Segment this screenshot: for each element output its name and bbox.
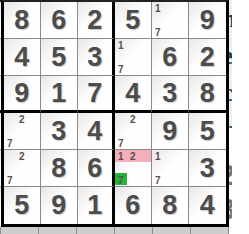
pencil-empty (176, 150, 188, 162)
cell-value: 9 (41, 187, 77, 224)
cell-value: 4 (189, 187, 226, 224)
cell-value: 8 (152, 187, 188, 224)
cell-value: 6 (115, 187, 151, 224)
pencil-empty (28, 113, 40, 125)
pencil-empty (176, 14, 188, 26)
page: 8625179453176291743827342795278612717359… (0, 0, 249, 234)
pencil-empty (139, 39, 151, 51)
sudoku-cell-r1c4[interactable]: 5 (115, 2, 152, 39)
sudoku-cell-r4c5[interactable]: 9 (152, 113, 189, 150)
cell-value: 2 (78, 2, 112, 38)
pencil-empty (16, 162, 28, 174)
sudoku-cell-r1c6[interactable]: 9 (189, 2, 226, 39)
pencil-digit-1: 1 (115, 39, 127, 51)
sudoku-cell-r2c3[interactable]: 3 (78, 39, 115, 76)
pencil-empty (139, 63, 151, 75)
cutoff-letter: e (229, 37, 232, 74)
pencil-digit-7: 7 (115, 137, 127, 149)
pencil-empty (16, 137, 28, 149)
sudoku-cell-r6c6[interactable]: 4 (189, 187, 226, 224)
pencil-marks: 17 (152, 2, 188, 38)
pencil-digit-2: 2 (127, 113, 139, 125)
pencil-empty (4, 113, 16, 125)
board-zone: 8625179453176291743827342795278612717359… (0, 0, 232, 227)
sudoku-cell-r3c1[interactable]: 9 (4, 76, 41, 113)
cell-value: 3 (152, 76, 188, 110)
cutoff-number: 2 (229, 158, 232, 192)
pencil-empty (28, 137, 40, 149)
sudoku-cell-r2c5[interactable]: 6 (152, 39, 189, 76)
pencil-empty (139, 125, 151, 137)
cell-value: 9 (189, 2, 226, 38)
pencil-empty (115, 113, 127, 125)
sudoku-cell-r3c2[interactable]: 1 (41, 76, 78, 113)
pencil-empty (4, 125, 16, 137)
pencil-empty (139, 113, 151, 125)
sudoku-cell-r5c3[interactable]: 6 (78, 150, 115, 187)
pencil-marks: 27 (4, 150, 40, 186)
cell-value: 3 (41, 113, 77, 149)
pencil-empty (127, 51, 139, 63)
sudoku-cell-r4c2[interactable]: 3 (41, 113, 78, 150)
pencil-empty (127, 63, 139, 75)
pencil-empty (139, 51, 151, 63)
pencil-empty (115, 125, 127, 137)
pencil-empty (164, 2, 176, 14)
sudoku-cell-r6c3[interactable]: 1 (78, 187, 115, 224)
pencil-empty (176, 174, 188, 186)
sudoku-cell-r6c4[interactable]: 6 (115, 187, 152, 224)
sudoku-cell-r6c2[interactable]: 9 (41, 187, 78, 224)
cutoff-letter: c (229, 74, 232, 111)
sudoku-board: 8625179453176291743827342795278612717359… (1, 0, 229, 227)
pencil-empty (152, 14, 164, 26)
pencil-empty (16, 125, 28, 137)
sudoku-cell-r4c6[interactable]: 5 (189, 113, 226, 150)
sudoku-cell-r5c1[interactable]: 27 (4, 150, 41, 187)
cell-value: 9 (152, 113, 188, 149)
cell-value: 5 (189, 113, 226, 149)
sudoku-cell-r3c6[interactable]: 8 (189, 76, 226, 113)
cutoff-letter: n (229, 0, 232, 37)
sudoku-cell-r3c4[interactable]: 4 (115, 76, 152, 113)
cropped-next-row (0, 227, 232, 234)
cell-value: 3 (189, 150, 226, 186)
pencil-empty (28, 150, 40, 162)
pencil-empty (164, 174, 176, 186)
pencil-empty (127, 125, 139, 137)
pencil-empty (4, 150, 16, 162)
pencil-empty (139, 162, 151, 174)
sudoku-cell-r1c1[interactable]: 8 (4, 2, 41, 39)
pencil-empty (127, 174, 139, 186)
pencil-empty (164, 26, 176, 38)
pencil-empty (127, 137, 139, 149)
cell-value: 2 (189, 39, 226, 75)
sudoku-cell-r5c4[interactable]: 127 (115, 150, 152, 187)
sudoku-cell-r3c3[interactable]: 7 (78, 76, 115, 113)
pencil-digit-7: 7 (115, 174, 127, 186)
sudoku-cell-r4c1[interactable]: 27 (4, 113, 41, 150)
pencil-marks: 127 (115, 150, 151, 186)
sudoku-cell-r5c6[interactable]: 3 (189, 150, 226, 187)
side-text-panel: n e c c (229, 0, 232, 128)
sudoku-cell-r6c1[interactable]: 5 (4, 187, 41, 224)
pencil-empty (16, 174, 28, 186)
cell-value: 8 (189, 76, 226, 110)
cell-value: 1 (78, 187, 112, 224)
sudoku-cell-r1c2[interactable]: 6 (41, 2, 78, 39)
board-area: 8625179453176291743827342795278612717359… (0, 0, 232, 234)
pencil-empty (115, 51, 127, 63)
sudoku-cell-r4c3[interactable]: 4 (78, 113, 115, 150)
pencil-marks: 27 (4, 113, 40, 149)
pencil-digit-2: 2 (16, 150, 28, 162)
sudoku-cell-r2c1[interactable]: 4 (4, 39, 41, 76)
cell-value: 9 (4, 76, 40, 110)
sudoku-cell-r5c2[interactable]: 8 (41, 150, 78, 187)
pencil-digit-1: 1 (152, 2, 164, 14)
page-fragment-strip: n e c c 2 3 (229, 0, 232, 234)
cell-value: 5 (4, 187, 40, 224)
pencil-digit-7: 7 (152, 26, 164, 38)
pencil-empty (164, 150, 176, 162)
pencil-empty (4, 162, 16, 174)
pencil-empty (139, 150, 151, 162)
pencil-marks: 17 (152, 150, 188, 186)
sudoku-cell-r5c5[interactable]: 17 (152, 150, 189, 187)
pencil-empty (164, 14, 176, 26)
cell-value: 6 (41, 2, 77, 38)
pencil-empty (176, 2, 188, 14)
pencil-empty (176, 26, 188, 38)
cell-value: 1 (41, 76, 77, 110)
pencil-empty (176, 162, 188, 174)
cell-value: 8 (41, 150, 77, 186)
pencil-empty (127, 39, 139, 51)
pencil-digit-1: 1 (152, 150, 164, 162)
pencil-empty (139, 137, 151, 149)
sudoku-cell-r2c4[interactable]: 17 (115, 39, 152, 76)
sudoku-cell-r2c6[interactable]: 2 (189, 39, 226, 76)
cell-value: 7 (78, 76, 112, 110)
pencil-marks: 17 (115, 39, 151, 75)
sudoku-cell-r2c2[interactable]: 5 (41, 39, 78, 76)
pencil-empty (28, 125, 40, 137)
pencil-digit-1: 1 (115, 150, 127, 162)
pencil-digit-2: 2 (16, 113, 28, 125)
pencil-digit-7: 7 (152, 174, 164, 186)
pencil-empty (139, 174, 151, 186)
sudoku-cell-r4c4[interactable]: 27 (115, 113, 152, 150)
sudoku-cell-r1c3[interactable]: 2 (78, 2, 115, 39)
pencil-marks: 27 (115, 113, 151, 149)
pencil-empty (115, 162, 127, 174)
pencil-empty (152, 162, 164, 174)
pencil-digit-7: 7 (4, 174, 16, 186)
cutoff-number: 3 (229, 192, 232, 226)
sudoku-cell-r6c5[interactable]: 8 (152, 187, 189, 224)
pencil-empty (28, 162, 40, 174)
cell-value: 5 (41, 39, 77, 75)
sudoku-cell-r1c5[interactable]: 17 (152, 2, 189, 39)
cell-value: 4 (4, 39, 40, 75)
pencil-empty (164, 162, 176, 174)
cell-value: 8 (4, 2, 40, 38)
cell-value: 4 (115, 76, 151, 110)
cell-value: 3 (78, 39, 112, 75)
cell-value: 6 (152, 39, 188, 75)
pencil-empty (28, 174, 40, 186)
cell-value: 6 (78, 150, 112, 186)
pencil-digit-7: 7 (4, 137, 16, 149)
cell-value: 5 (115, 2, 151, 38)
pencil-empty (127, 162, 139, 174)
pencil-digit-2: 2 (127, 150, 139, 162)
pencil-digit-7: 7 (115, 63, 127, 75)
sudoku-cell-r3c5[interactable]: 3 (152, 76, 189, 113)
cutoff-letter: c (229, 111, 232, 128)
cell-value: 4 (78, 113, 112, 149)
